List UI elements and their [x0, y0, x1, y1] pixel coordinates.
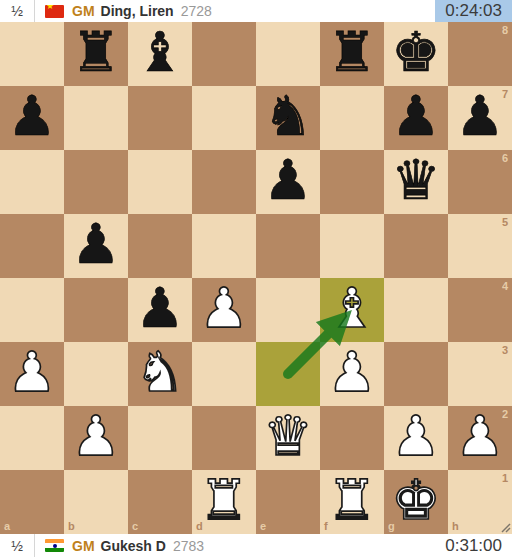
square-f2[interactable]	[320, 406, 384, 470]
black-pawn[interactable]: ♟	[135, 276, 184, 340]
clock-bottom: 0:31:00	[435, 534, 512, 557]
square-c3[interactable]: ♞	[128, 342, 192, 406]
square-e2[interactable]: ♛	[256, 406, 320, 470]
player-bar-top: ½ ★ GM Ding, Liren 2728 0:24:03	[0, 0, 512, 22]
coord-file-e: e	[260, 521, 266, 532]
coord-file-c: c	[132, 521, 138, 532]
square-b3[interactable]	[64, 342, 128, 406]
square-c6[interactable]	[128, 150, 192, 214]
coord-file-g: g	[388, 521, 395, 532]
coord-rank-5: 5	[502, 217, 508, 228]
coord-file-f: f	[324, 521, 328, 532]
square-g7[interactable]: ♟	[384, 86, 448, 150]
square-a5[interactable]	[0, 214, 64, 278]
square-h4[interactable]: 4	[448, 278, 512, 342]
square-h5[interactable]: 5	[448, 214, 512, 278]
white-bishop[interactable]: ♝	[327, 276, 376, 340]
coord-file-d: d	[196, 521, 203, 532]
black-pawn[interactable]: ♟	[71, 212, 120, 276]
coord-rank-6: 6	[502, 153, 508, 164]
white-knight[interactable]: ♞	[135, 340, 184, 404]
title-top: GM	[72, 3, 95, 19]
square-b8[interactable]: ♜	[64, 22, 128, 86]
square-a3[interactable]: ♟	[0, 342, 64, 406]
square-f5[interactable]	[320, 214, 384, 278]
coord-rank-8: 8	[502, 25, 508, 36]
white-queen[interactable]: ♛	[263, 404, 312, 468]
square-b4[interactable]	[64, 278, 128, 342]
square-a7[interactable]: ♟	[0, 86, 64, 150]
square-e3[interactable]	[256, 342, 320, 406]
square-f3[interactable]: ♟	[320, 342, 384, 406]
square-a1[interactable]: a	[0, 470, 64, 534]
square-h6[interactable]: 6	[448, 150, 512, 214]
square-d2[interactable]	[192, 406, 256, 470]
black-rook[interactable]: ♜	[327, 20, 376, 84]
square-e7[interactable]: ♞	[256, 86, 320, 150]
black-king[interactable]: ♚	[391, 20, 440, 84]
square-c2[interactable]	[128, 406, 192, 470]
rating-top: 2728	[181, 3, 212, 19]
white-pawn[interactable]: ♟	[391, 404, 440, 468]
square-b7[interactable]	[64, 86, 128, 150]
square-d5[interactable]	[192, 214, 256, 278]
black-bishop[interactable]: ♝	[135, 20, 184, 84]
square-f1[interactable]: ♜f	[320, 470, 384, 534]
black-rook[interactable]: ♜	[71, 20, 120, 84]
square-e4[interactable]	[256, 278, 320, 342]
white-rook[interactable]: ♜	[199, 468, 248, 532]
coord-file-b: b	[68, 521, 75, 532]
square-e5[interactable]	[256, 214, 320, 278]
black-pawn[interactable]: ♟	[7, 84, 56, 148]
white-pawn[interactable]: ♟	[7, 340, 56, 404]
square-d6[interactable]	[192, 150, 256, 214]
title-bottom: GM	[72, 538, 95, 554]
square-h8[interactable]: 8	[448, 22, 512, 86]
chess-board[interactable]: ♜♝♜♚8♟♞♟♟7♟♛6♟5♟♟♝4♟♞♟3♟♛♟♟2abc♜de♜f♚g1h	[0, 22, 512, 534]
player-bar-bottom: ½ GM Gukesh D 2783 0:31:00	[0, 534, 512, 557]
square-c5[interactable]	[128, 214, 192, 278]
square-c8[interactable]: ♝	[128, 22, 192, 86]
rating-bottom: 2783	[173, 538, 204, 554]
bar-divider	[34, 0, 35, 22]
square-f8[interactable]: ♜	[320, 22, 384, 86]
square-b5[interactable]: ♟	[64, 214, 128, 278]
square-g1[interactable]: ♚g	[384, 470, 448, 534]
square-f6[interactable]	[320, 150, 384, 214]
white-pawn[interactable]: ♟	[71, 404, 120, 468]
coord-file-h: h	[452, 521, 459, 532]
square-a8[interactable]	[0, 22, 64, 86]
square-f4[interactable]: ♝	[320, 278, 384, 342]
clock-top: 0:24:03	[435, 0, 512, 22]
white-pawn[interactable]: ♟	[455, 404, 504, 468]
square-d4[interactable]: ♟	[192, 278, 256, 342]
coord-rank-4: 4	[502, 281, 508, 292]
square-g3[interactable]	[384, 342, 448, 406]
black-pawn[interactable]: ♟	[455, 84, 504, 148]
player-name-top: Ding, Liren	[101, 3, 174, 19]
square-d3[interactable]	[192, 342, 256, 406]
square-h7[interactable]: ♟7	[448, 86, 512, 150]
square-b1[interactable]: b	[64, 470, 128, 534]
square-e1[interactable]: e	[256, 470, 320, 534]
white-pawn[interactable]: ♟	[327, 340, 376, 404]
square-g6[interactable]: ♛	[384, 150, 448, 214]
square-g2[interactable]: ♟	[384, 406, 448, 470]
black-knight[interactable]: ♞	[263, 84, 312, 148]
square-b2[interactable]: ♟	[64, 406, 128, 470]
coord-rank-1: 1	[502, 473, 508, 484]
black-pawn[interactable]: ♟	[391, 84, 440, 148]
square-a2[interactable]	[0, 406, 64, 470]
square-d7[interactable]	[192, 86, 256, 150]
bar-divider	[34, 534, 35, 557]
square-d1[interactable]: ♜d	[192, 470, 256, 534]
score-top: ½	[0, 3, 34, 19]
coord-rank-7: 7	[502, 89, 508, 100]
white-pawn[interactable]: ♟	[199, 276, 248, 340]
square-e6[interactable]: ♟	[256, 150, 320, 214]
board-wrap: ♜♝♜♚8♟♞♟♟7♟♛6♟5♟♟♝4♟♞♟3♟♛♟♟2abc♜de♜f♚g1h	[0, 22, 512, 534]
flag-star-icon: ★	[46, 5, 54, 11]
square-c4[interactable]: ♟	[128, 278, 192, 342]
square-g4[interactable]	[384, 278, 448, 342]
square-c1[interactable]: c	[128, 470, 192, 534]
white-rook[interactable]: ♜	[327, 468, 376, 532]
square-e8[interactable]	[256, 22, 320, 86]
coord-rank-3: 3	[502, 345, 508, 356]
player-name-bottom: Gukesh D	[101, 538, 166, 554]
square-b6[interactable]	[64, 150, 128, 214]
coord-file-a: a	[4, 521, 10, 532]
square-c7[interactable]	[128, 86, 192, 150]
square-d8[interactable]	[192, 22, 256, 86]
square-h2[interactable]: ♟2	[448, 406, 512, 470]
black-queen[interactable]: ♛	[391, 148, 440, 212]
china-flag-icon: ★	[45, 5, 64, 18]
chakra-icon	[53, 544, 57, 548]
broadcast-board: ½ ★ GM Ding, Liren 2728 0:24:03 ♜♝♜♚8♟♞♟…	[0, 0, 512, 557]
square-g5[interactable]	[384, 214, 448, 278]
black-pawn[interactable]: ♟	[263, 148, 312, 212]
square-a6[interactable]	[0, 150, 64, 214]
square-a4[interactable]	[0, 278, 64, 342]
coord-rank-2: 2	[502, 409, 508, 420]
india-flag-icon	[45, 539, 64, 552]
square-h3[interactable]: 3	[448, 342, 512, 406]
resize-grip[interactable]	[499, 521, 511, 533]
white-king[interactable]: ♚	[391, 468, 440, 532]
square-g8[interactable]: ♚	[384, 22, 448, 86]
score-bottom: ½	[0, 538, 34, 554]
square-f7[interactable]	[320, 86, 384, 150]
